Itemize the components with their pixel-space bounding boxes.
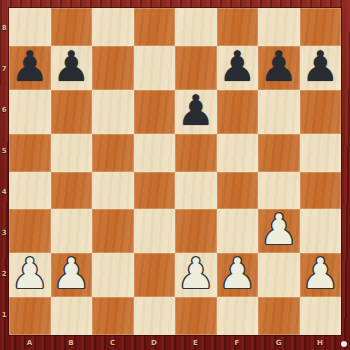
square-h6[interactable] xyxy=(300,90,342,134)
rank-label-6: 6 xyxy=(0,90,9,131)
square-h7[interactable]: ♟ xyxy=(300,46,342,90)
square-e1[interactable] xyxy=(175,297,217,335)
square-e4[interactable] xyxy=(175,172,217,210)
square-g1[interactable] xyxy=(258,297,300,335)
square-e5[interactable] xyxy=(175,134,217,172)
square-g2[interactable] xyxy=(258,253,300,297)
square-a2[interactable]: ♟ xyxy=(9,253,51,297)
rank-label-4: 4 xyxy=(0,172,9,213)
rank-label-2: 2 xyxy=(0,253,9,294)
square-b5[interactable] xyxy=(51,134,93,172)
piece-black-pawn[interactable]: ♟ xyxy=(260,46,298,90)
square-h5[interactable] xyxy=(300,134,342,172)
square-h8[interactable] xyxy=(300,8,342,46)
piece-white-pawn[interactable]: ♟ xyxy=(177,253,215,297)
square-f2[interactable]: ♟ xyxy=(217,253,259,297)
square-f6[interactable] xyxy=(217,90,259,134)
square-d2[interactable] xyxy=(134,253,176,297)
square-a5[interactable] xyxy=(9,134,51,172)
file-label-c: C xyxy=(92,336,134,349)
chess-board: ♟♟♟♟♟♟♟♟♟♟♟♟ xyxy=(9,8,341,335)
square-e8[interactable] xyxy=(175,8,217,46)
square-a3[interactable] xyxy=(9,209,51,253)
square-d8[interactable] xyxy=(134,8,176,46)
square-d5[interactable] xyxy=(134,134,176,172)
square-b6[interactable] xyxy=(51,90,93,134)
square-g5[interactable] xyxy=(258,134,300,172)
square-a6[interactable] xyxy=(9,90,51,134)
square-f5[interactable] xyxy=(217,134,259,172)
file-label-g: G xyxy=(258,336,300,349)
file-label-h: H xyxy=(300,336,342,349)
piece-white-pawn[interactable]: ♟ xyxy=(260,209,298,253)
piece-white-pawn[interactable]: ♟ xyxy=(11,253,49,297)
rank-label-1: 1 xyxy=(0,294,9,335)
square-d3[interactable] xyxy=(134,209,176,253)
square-d6[interactable] xyxy=(134,90,176,134)
rank-label-7: 7 xyxy=(0,49,9,90)
square-c4[interactable] xyxy=(92,172,134,210)
piece-black-pawn[interactable]: ♟ xyxy=(177,90,215,134)
square-c2[interactable] xyxy=(92,253,134,297)
square-a8[interactable] xyxy=(9,8,51,46)
square-d4[interactable] xyxy=(134,172,176,210)
piece-white-pawn[interactable]: ♟ xyxy=(52,253,90,297)
piece-black-pawn[interactable]: ♟ xyxy=(301,46,339,90)
square-a7[interactable]: ♟ xyxy=(9,46,51,90)
rank-label-3: 3 xyxy=(0,212,9,253)
square-e7[interactable] xyxy=(175,46,217,90)
square-e6[interactable]: ♟ xyxy=(175,90,217,134)
square-f3[interactable] xyxy=(217,209,259,253)
square-b3[interactable] xyxy=(51,209,93,253)
square-b7[interactable]: ♟ xyxy=(51,46,93,90)
square-c7[interactable] xyxy=(92,46,134,90)
square-g3[interactable]: ♟ xyxy=(258,209,300,253)
square-e2[interactable]: ♟ xyxy=(175,253,217,297)
square-g6[interactable] xyxy=(258,90,300,134)
square-h3[interactable] xyxy=(300,209,342,253)
square-c3[interactable] xyxy=(92,209,134,253)
piece-white-pawn[interactable]: ♟ xyxy=(301,253,339,297)
square-f7[interactable]: ♟ xyxy=(217,46,259,90)
piece-black-pawn[interactable]: ♟ xyxy=(11,46,49,90)
square-f1[interactable] xyxy=(217,297,259,335)
square-d7[interactable] xyxy=(134,46,176,90)
square-c5[interactable] xyxy=(92,134,134,172)
square-b1[interactable] xyxy=(51,297,93,335)
square-g8[interactable] xyxy=(258,8,300,46)
square-f8[interactable] xyxy=(217,8,259,46)
square-h4[interactable] xyxy=(300,172,342,210)
rank-label-5: 5 xyxy=(0,131,9,172)
square-f4[interactable] xyxy=(217,172,259,210)
corner-dot xyxy=(341,341,347,347)
rank-label-8: 8 xyxy=(0,8,9,49)
square-d1[interactable] xyxy=(134,297,176,335)
square-c8[interactable] xyxy=(92,8,134,46)
square-h1[interactable] xyxy=(300,297,342,335)
square-h2[interactable]: ♟ xyxy=(300,253,342,297)
square-c6[interactable] xyxy=(92,90,134,134)
square-c1[interactable] xyxy=(92,297,134,335)
square-e3[interactable] xyxy=(175,209,217,253)
piece-black-pawn[interactable]: ♟ xyxy=(218,46,256,90)
square-b4[interactable] xyxy=(51,172,93,210)
file-label-a: A xyxy=(9,336,51,349)
file-label-d: D xyxy=(134,336,176,349)
piece-black-pawn[interactable]: ♟ xyxy=(52,46,90,90)
square-g4[interactable] xyxy=(258,172,300,210)
file-label-b: B xyxy=(51,336,93,349)
square-b8[interactable] xyxy=(51,8,93,46)
file-label-e: E xyxy=(175,336,217,349)
square-g7[interactable]: ♟ xyxy=(258,46,300,90)
square-a4[interactable] xyxy=(9,172,51,210)
square-b2[interactable]: ♟ xyxy=(51,253,93,297)
piece-white-pawn[interactable]: ♟ xyxy=(218,253,256,297)
file-label-f: F xyxy=(217,336,259,349)
chess-board-frame: ♟♟♟♟♟♟♟♟♟♟♟♟ 87654321 ABCDEFGH xyxy=(0,0,350,350)
square-a1[interactable] xyxy=(9,297,51,335)
